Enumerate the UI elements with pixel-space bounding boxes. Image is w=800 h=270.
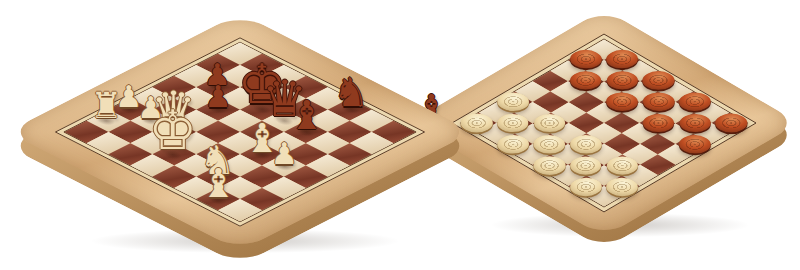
red-checker [709,110,753,136]
light-checker [491,131,535,157]
light-checker [491,89,535,115]
chess-pieces-layer: ♟♟♟♚♞♜♟♛♛♝♚♝♟♞♝ [7,13,474,251]
red-checker [600,67,644,93]
light-checker [564,153,608,179]
checkers-board: ♝ [409,9,799,237]
red-checker [564,46,608,72]
red-checker [564,67,608,93]
red-checker [636,67,680,93]
red-checker [636,89,680,115]
white-bishop: ♝ [178,163,258,203]
light-checker [527,131,571,157]
red-checker [636,110,680,136]
light-checker [527,110,571,136]
red-checker [673,131,717,157]
checkers-pieces-layer: ♝ [409,9,799,237]
red-checker [673,110,717,136]
red-checker [600,46,644,72]
chess-board: ♟♟♟♚♞♜♟♛♛♝♚♝♟♞♝ [7,13,474,251]
red-checker [673,89,717,115]
light-checker [564,131,608,157]
red-checker [600,89,644,115]
light-checker [564,174,608,200]
product-photo-stage: ♝ ♟♟♟♚♞♜♟♛♛♝♚♝♟♞♝ [0,0,800,270]
light-checker [527,153,571,179]
light-checker [600,153,644,179]
light-checker [491,110,535,136]
light-checker [600,174,644,200]
